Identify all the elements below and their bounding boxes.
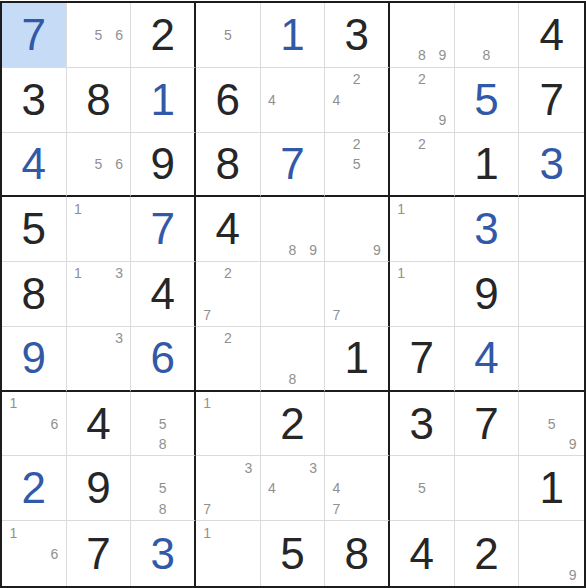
note-digit-7: 7 <box>326 499 346 520</box>
note-digit-7: 7 <box>197 499 218 520</box>
cell-r4c5[interactable]: 89 <box>261 197 326 262</box>
note-digit-5: 5 <box>153 413 173 434</box>
cell-digit: 4 <box>410 532 434 576</box>
cell-digit: 1 <box>539 466 563 510</box>
cell-notes: 8 <box>262 328 324 389</box>
cell-r7c8[interactable]: 7 <box>455 392 520 457</box>
cell-r8c8[interactable] <box>455 456 520 521</box>
cell-r2c5[interactable]: 4 <box>261 68 326 133</box>
cell-notes: 58 <box>132 457 193 519</box>
cell-r7c2[interactable]: 4 <box>67 392 132 457</box>
cell-r2c9[interactable]: 7 <box>519 68 584 133</box>
note-digit-7: 7 <box>197 304 218 325</box>
cell-r9c6[interactable]: 8 <box>325 521 390 586</box>
note-digit-1: 1 <box>3 522 24 543</box>
cell-digit: 3 <box>539 142 563 186</box>
cell-r8c3[interactable]: 58 <box>131 456 196 521</box>
cell-r7c7[interactable]: 3 <box>390 392 455 457</box>
cell-r2c3[interactable]: 1 <box>131 68 196 133</box>
cell-r3c2[interactable]: 56 <box>67 133 132 198</box>
cell-r2c4[interactable]: 6 <box>196 68 261 133</box>
cell-digit: 1 <box>280 13 304 57</box>
note-digit-7: 7 <box>326 304 346 325</box>
cell-notes: 1 <box>197 522 259 585</box>
note-digit-3: 3 <box>109 263 130 284</box>
note-digit-1: 1 <box>68 198 89 219</box>
note-digit-9: 9 <box>432 110 453 131</box>
note-digit-5: 5 <box>541 413 562 434</box>
cell-digit: 4 <box>216 207 240 251</box>
cell-digit: 9 <box>86 466 110 510</box>
note-digit-4: 4 <box>326 89 346 110</box>
cell-r9c4[interactable]: 1 <box>196 521 261 586</box>
cell-notes: 1 <box>391 198 453 260</box>
cell-r7c5[interactable]: 2 <box>261 392 326 457</box>
cell-r3c8[interactable]: 1 <box>455 133 520 198</box>
cell-notes: 25 <box>326 134 387 195</box>
note-digit-5: 5 <box>153 478 173 499</box>
cell-digit: 4 <box>150 272 174 316</box>
cell-digit: 8 <box>344 532 368 576</box>
cell-r8c7[interactable]: 5 <box>390 456 455 521</box>
note-digit-4: 4 <box>262 478 283 499</box>
cell-r5c6[interactable]: 7 <box>325 262 390 327</box>
sudoku-page: 7562513898438164242957456987252135174899… <box>0 0 586 588</box>
note-digit-2: 2 <box>412 69 433 90</box>
note-digit-9: 9 <box>562 564 583 585</box>
cell-r9c5[interactable]: 5 <box>261 521 326 586</box>
cell-r4c6[interactable]: 9 <box>325 197 390 262</box>
cell-notes: 58 <box>132 393 193 455</box>
note-digit-8: 8 <box>153 434 173 455</box>
cell-r8c6[interactable]: 47 <box>325 456 390 521</box>
cell-r1c7[interactable]: 89 <box>390 3 455 68</box>
note-digit-5: 5 <box>218 25 239 46</box>
note-digit-4: 4 <box>326 478 346 499</box>
cell-r5c9[interactable] <box>519 262 584 327</box>
cell-notes: 5 <box>197 4 259 66</box>
note-digit-5: 5 <box>412 478 433 499</box>
cell-digit: 7 <box>22 13 46 57</box>
cell-r6c3[interactable]: 6 <box>131 327 196 392</box>
cell-digit: 7 <box>474 402 498 446</box>
cell-notes: 89 <box>391 4 453 66</box>
cell-digit: 8 <box>216 142 240 186</box>
note-digit-2: 2 <box>347 134 367 154</box>
note-digit-2: 2 <box>347 69 367 90</box>
cell-r8c2[interactable]: 9 <box>67 456 132 521</box>
note-digit-6: 6 <box>109 154 130 174</box>
cell-r7c9[interactable]: 59 <box>519 392 584 457</box>
cell-r1c3[interactable]: 2 <box>131 3 196 68</box>
note-digit-3: 3 <box>303 457 324 478</box>
cell-r7c1[interactable]: 16 <box>2 392 67 457</box>
note-digit-1: 1 <box>197 522 218 543</box>
cell-r9c9[interactable]: 9 <box>519 521 584 586</box>
cell-r4c1[interactable]: 5 <box>2 197 67 262</box>
cell-digit: 2 <box>280 402 304 446</box>
cell-notes: 1 <box>197 393 259 455</box>
note-digit-9: 9 <box>432 45 453 66</box>
cell-r9c3[interactable]: 3 <box>131 521 196 586</box>
cell-r1c4[interactable]: 5 <box>196 3 261 68</box>
cell-digit: 5 <box>22 207 46 251</box>
sudoku-board: 7562513898438164242957456987252135174899… <box>0 1 586 588</box>
cell-r6c4[interactable]: 2 <box>196 327 261 392</box>
cell-notes: 4 <box>262 69 324 131</box>
cell-notes: 16 <box>3 522 65 585</box>
cell-r4c4[interactable]: 4 <box>196 197 261 262</box>
cell-notes: 2 <box>197 328 259 389</box>
cell-digit: 2 <box>150 13 174 57</box>
cell-r3c6[interactable]: 25 <box>325 133 390 198</box>
cell-r1c6[interactable]: 3 <box>325 3 390 68</box>
cell-r6c6[interactable]: 1 <box>325 327 390 392</box>
cell-notes: 27 <box>197 263 259 325</box>
cell-r3c4[interactable]: 8 <box>196 133 261 198</box>
cell-notes: 37 <box>197 457 259 519</box>
cell-digit: 9 <box>150 142 174 186</box>
cell-digit: 1 <box>150 78 174 122</box>
cell-notes: 56 <box>68 134 130 195</box>
cell-r7c4[interactable]: 1 <box>196 392 261 457</box>
cell-notes: 2 <box>391 134 453 195</box>
cell-r6c7[interactable]: 7 <box>390 327 455 392</box>
note-digit-2: 2 <box>412 134 433 154</box>
cell-r8c9[interactable]: 1 <box>519 456 584 521</box>
cell-r4c7[interactable]: 1 <box>390 197 455 262</box>
note-digit-2: 2 <box>218 263 239 284</box>
cell-r5c2[interactable]: 13 <box>67 262 132 327</box>
cell-r4c9[interactable] <box>519 197 584 262</box>
cell-r1c2[interactable]: 56 <box>67 3 132 68</box>
cell-r3c3[interactable]: 9 <box>131 133 196 198</box>
cell-digit: 6 <box>216 78 240 122</box>
cell-r2c8[interactable]: 5 <box>455 68 520 133</box>
cell-notes: 24 <box>326 69 387 131</box>
cell-r7c6[interactable] <box>325 392 390 457</box>
cell-digit: 5 <box>474 78 498 122</box>
cell-digit: 4 <box>22 142 46 186</box>
note-digit-6: 6 <box>44 413 65 434</box>
cell-r5c7[interactable]: 1 <box>390 262 455 327</box>
cell-digit: 3 <box>344 13 368 57</box>
cell-digit: 4 <box>474 336 498 380</box>
cell-digit: 3 <box>22 78 46 122</box>
note-digit-8: 8 <box>282 368 303 388</box>
cell-r4c2[interactable]: 1 <box>67 197 132 262</box>
cell-r6c9[interactable] <box>519 327 584 392</box>
cell-r3c7[interactable]: 2 <box>390 133 455 198</box>
cell-r8c5[interactable]: 34 <box>261 456 326 521</box>
cell-r5c3[interactable]: 4 <box>131 262 196 327</box>
cell-notes: 3 <box>68 328 130 389</box>
cell-r5c4[interactable]: 27 <box>196 262 261 327</box>
note-digit-1: 1 <box>391 198 412 219</box>
cell-r1c5[interactable]: 1 <box>261 3 326 68</box>
cell-digit: 7 <box>410 336 434 380</box>
cell-digit: 3 <box>474 207 498 251</box>
cell-digit: 9 <box>22 336 46 380</box>
note-digit-3: 3 <box>238 457 259 478</box>
cell-digit: 8 <box>22 272 46 316</box>
cell-notes: 47 <box>326 457 387 519</box>
cell-r5c1[interactable]: 8 <box>2 262 67 327</box>
cell-r6c5[interactable]: 8 <box>261 327 326 392</box>
cell-r2c7[interactable]: 29 <box>390 68 455 133</box>
cell-r4c3[interactable]: 7 <box>131 197 196 262</box>
cell-r4c8[interactable]: 3 <box>455 197 520 262</box>
cell-notes: 16 <box>3 393 65 455</box>
note-digit-1: 1 <box>3 393 24 414</box>
note-digit-6: 6 <box>44 543 65 564</box>
note-digit-5: 5 <box>88 154 109 174</box>
note-digit-8: 8 <box>476 45 497 66</box>
cell-notes: 56 <box>68 4 130 66</box>
cell-r3c1[interactable]: 4 <box>2 133 67 198</box>
note-digit-1: 1 <box>391 263 412 284</box>
cell-notes: 9 <box>326 198 387 260</box>
cell-digit: 7 <box>150 207 174 251</box>
cell-notes: 89 <box>262 198 324 260</box>
note-digit-5: 5 <box>88 25 109 46</box>
cell-r9c7[interactable]: 4 <box>390 521 455 586</box>
cell-notes: 13 <box>68 263 130 325</box>
cell-notes: 34 <box>262 457 324 519</box>
cell-r1c8[interactable]: 8 <box>455 3 520 68</box>
note-digit-6: 6 <box>109 25 130 46</box>
cell-r5c8[interactable]: 9 <box>455 262 520 327</box>
cell-r2c1[interactable]: 3 <box>2 68 67 133</box>
note-digit-8: 8 <box>412 45 433 66</box>
note-digit-3: 3 <box>109 328 130 348</box>
cell-r9c1[interactable]: 16 <box>2 521 67 586</box>
cell-r8c1[interactable]: 2 <box>2 456 67 521</box>
cell-digit: 2 <box>474 532 498 576</box>
cell-r7c3[interactable]: 58 <box>131 392 196 457</box>
cell-digit: 4 <box>539 13 563 57</box>
cell-digit: 4 <box>86 402 110 446</box>
cell-r5c5[interactable] <box>261 262 326 327</box>
cell-digit: 3 <box>410 402 434 446</box>
cell-digit: 5 <box>280 532 304 576</box>
cell-r1c1[interactable]: 7 <box>2 3 67 68</box>
cell-notes: 29 <box>391 69 453 131</box>
note-digit-8: 8 <box>153 499 173 520</box>
cell-r1c9[interactable]: 4 <box>519 3 584 68</box>
cell-notes: 5 <box>391 457 453 519</box>
cell-digit: 9 <box>474 272 498 316</box>
cell-digit: 1 <box>344 336 368 380</box>
note-digit-5: 5 <box>347 154 367 174</box>
note-digit-1: 1 <box>68 263 89 284</box>
cell-notes: 1 <box>391 263 453 325</box>
cell-r3c5[interactable]: 7 <box>261 133 326 198</box>
cell-r6c2[interactable]: 3 <box>67 327 132 392</box>
note-digit-9: 9 <box>562 434 583 455</box>
cell-r6c1[interactable]: 9 <box>2 327 67 392</box>
cell-notes: 8 <box>456 4 518 66</box>
cell-notes: 7 <box>326 263 387 325</box>
note-digit-2: 2 <box>218 328 239 348</box>
cell-r2c2[interactable]: 8 <box>67 68 132 133</box>
note-digit-4: 4 <box>262 89 283 110</box>
cell-digit: 7 <box>86 532 110 576</box>
note-digit-9: 9 <box>367 240 387 261</box>
cell-digit: 6 <box>150 336 174 380</box>
cell-digit: 3 <box>150 532 174 576</box>
cell-r2c6[interactable]: 24 <box>325 68 390 133</box>
cell-r9c8[interactable]: 2 <box>455 521 520 586</box>
cell-r8c4[interactable]: 37 <box>196 456 261 521</box>
note-digit-8: 8 <box>282 240 303 261</box>
cell-r3c9[interactable]: 3 <box>519 133 584 198</box>
cell-digit: 2 <box>22 466 46 510</box>
cell-digit: 1 <box>474 142 498 186</box>
cell-notes: 59 <box>520 393 583 455</box>
cell-digit: 7 <box>280 142 304 186</box>
note-digit-1: 1 <box>197 393 218 414</box>
cell-r9c2[interactable]: 7 <box>67 521 132 586</box>
cell-r6c8[interactable]: 4 <box>455 327 520 392</box>
cell-notes: 1 <box>68 198 130 260</box>
cell-notes: 9 <box>520 522 583 585</box>
note-digit-9: 9 <box>303 240 324 261</box>
cell-digit: 8 <box>86 78 110 122</box>
cell-digit: 7 <box>539 78 563 122</box>
